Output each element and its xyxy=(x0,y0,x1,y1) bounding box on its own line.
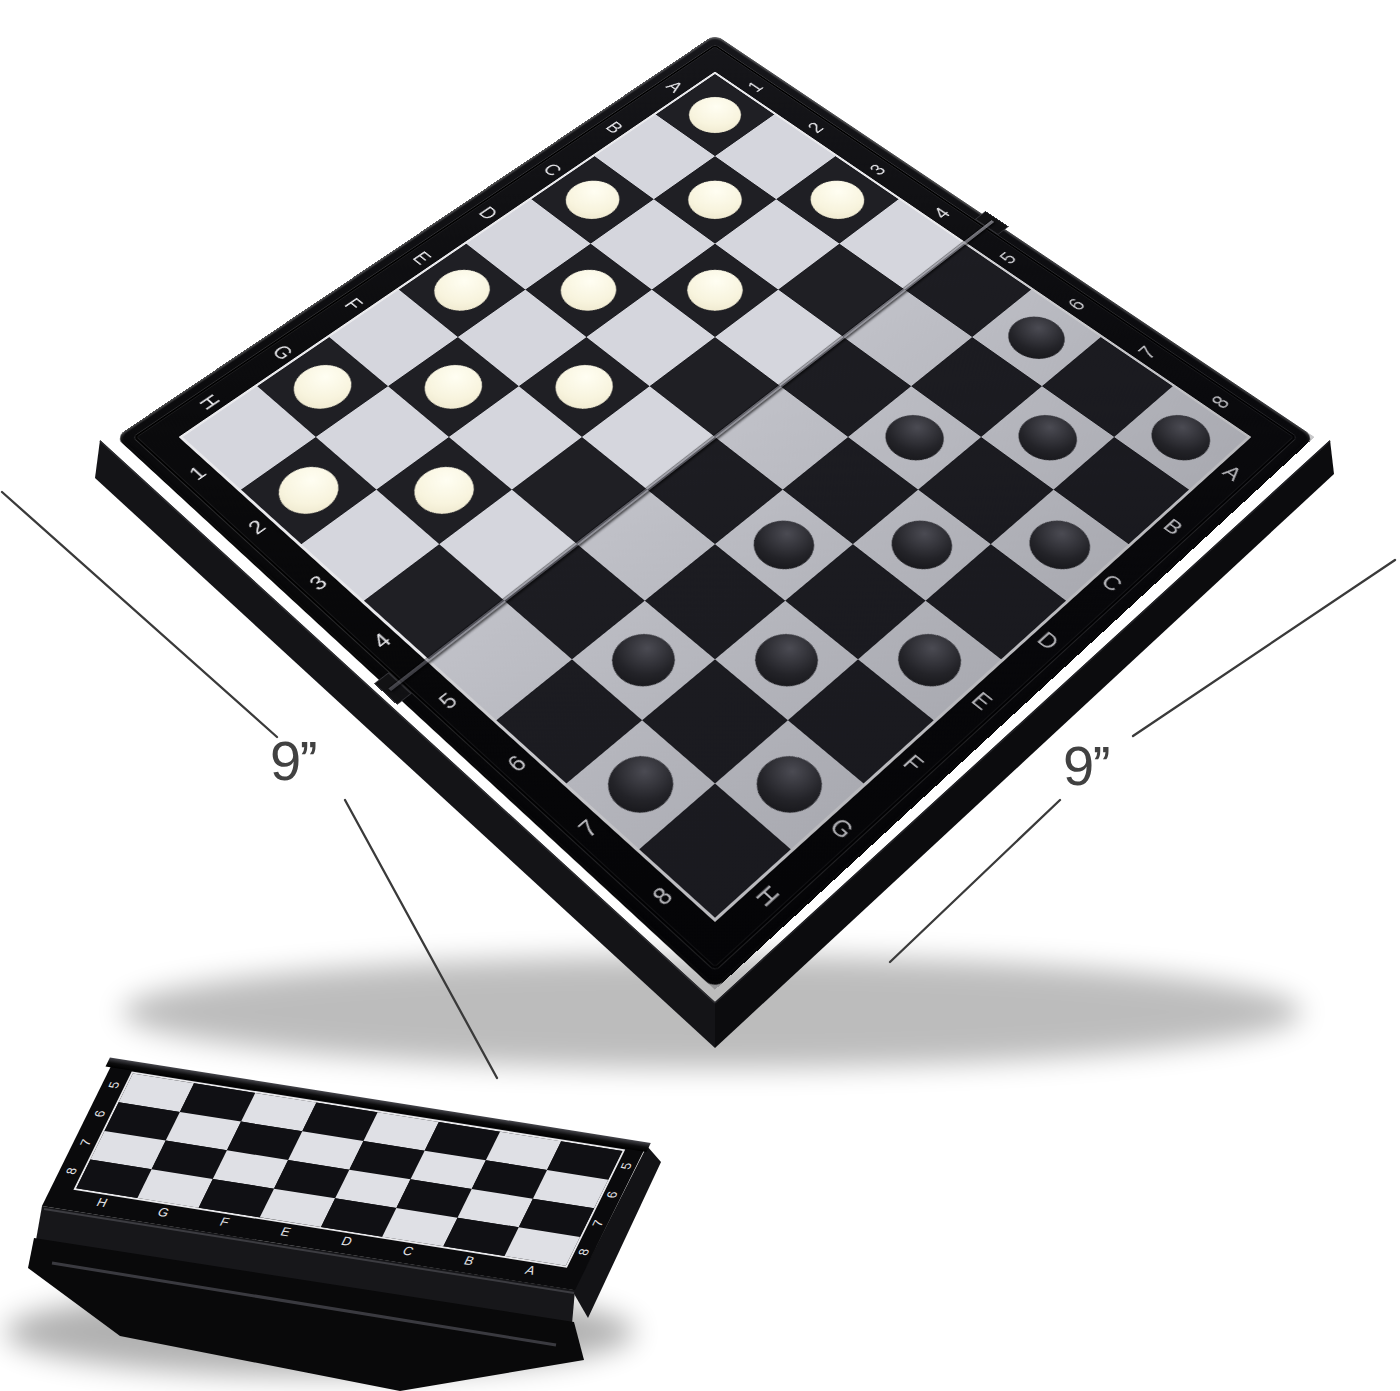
white-checker-H2: ⛀ xyxy=(267,457,351,523)
white-checker-C3: ⛀ xyxy=(676,261,754,319)
white-checker-G3: ⛀ xyxy=(402,457,486,523)
black-checker-C6: ⛂ xyxy=(873,405,955,469)
product-photo-checkers-set: 1122334455667788AABBCCDDEEFFGGHH ⛀⛀⛀⛀⛀⛀⛀… xyxy=(0,0,1400,1391)
folded-file-label-bottom: D xyxy=(336,1232,359,1249)
white-checker-F2: ⛀ xyxy=(413,356,494,418)
folded-file-label-bottom: E xyxy=(275,1223,298,1240)
folded-file-label-bottom: H xyxy=(91,1194,114,1211)
black-checker-F7: ⛂ xyxy=(742,623,830,697)
black-checker-B7: ⛂ xyxy=(1007,405,1089,469)
black-checker-C8: ⛂ xyxy=(1017,510,1102,579)
folded-file-label-bottom: C xyxy=(397,1242,420,1259)
folded-file-label-bottom: G xyxy=(152,1203,175,1220)
white-checker-E1: ⛀ xyxy=(423,261,501,319)
black-checker-G8: ⛂ xyxy=(743,744,835,824)
black-checker-E6: ⛂ xyxy=(741,510,826,579)
black-checker-G6: ⛂ xyxy=(599,623,687,697)
black-checker-E8: ⛂ xyxy=(885,623,973,697)
left-dimension-label: 9’’ xyxy=(270,728,316,793)
white-checker-D2: ⛀ xyxy=(549,261,627,319)
folded-file-label-bottom: B xyxy=(458,1252,481,1269)
white-checker-A3: ⛀ xyxy=(800,172,876,226)
white-checker-A1: ⛀ xyxy=(678,89,751,140)
folded-file-label-bottom: F xyxy=(213,1213,236,1230)
white-checker-E3: ⛀ xyxy=(544,356,625,418)
folded-file-label-bottom: A xyxy=(519,1261,542,1278)
white-checker-G1: ⛀ xyxy=(282,356,363,418)
black-checker-A8: ⛂ xyxy=(1140,405,1222,469)
right-dimension-label: 9’’ xyxy=(1063,733,1109,798)
white-checker-C1: ⛀ xyxy=(555,172,631,226)
black-checker-H7: ⛂ xyxy=(595,744,687,824)
black-checker-A6: ⛂ xyxy=(997,308,1077,368)
white-checker-B2: ⛀ xyxy=(677,172,753,226)
black-checker-D7: ⛂ xyxy=(879,510,964,579)
